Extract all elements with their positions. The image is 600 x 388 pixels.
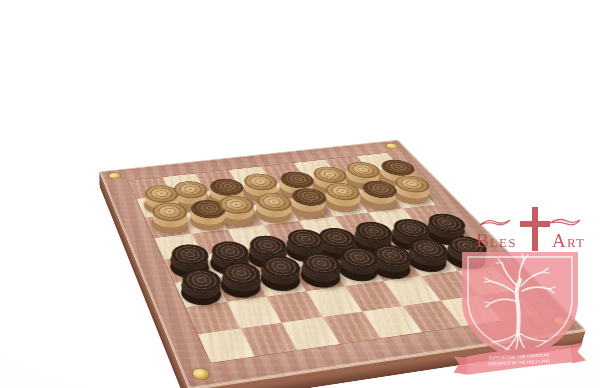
shield-emblem [462,252,578,361]
product-photo-scene: Bles Art SUPPORTING THE CHRISTIAN PRESEN… [0,0,600,388]
blestart-watermark: Bles Art SUPPORTING THE CHRISTIAN PRESEN… [446,183,600,388]
checker-piece-dark [176,280,226,309]
logo-text-left: Bles [476,230,517,251]
cross-icon [520,207,550,251]
logo-text-right: Art [552,230,585,251]
